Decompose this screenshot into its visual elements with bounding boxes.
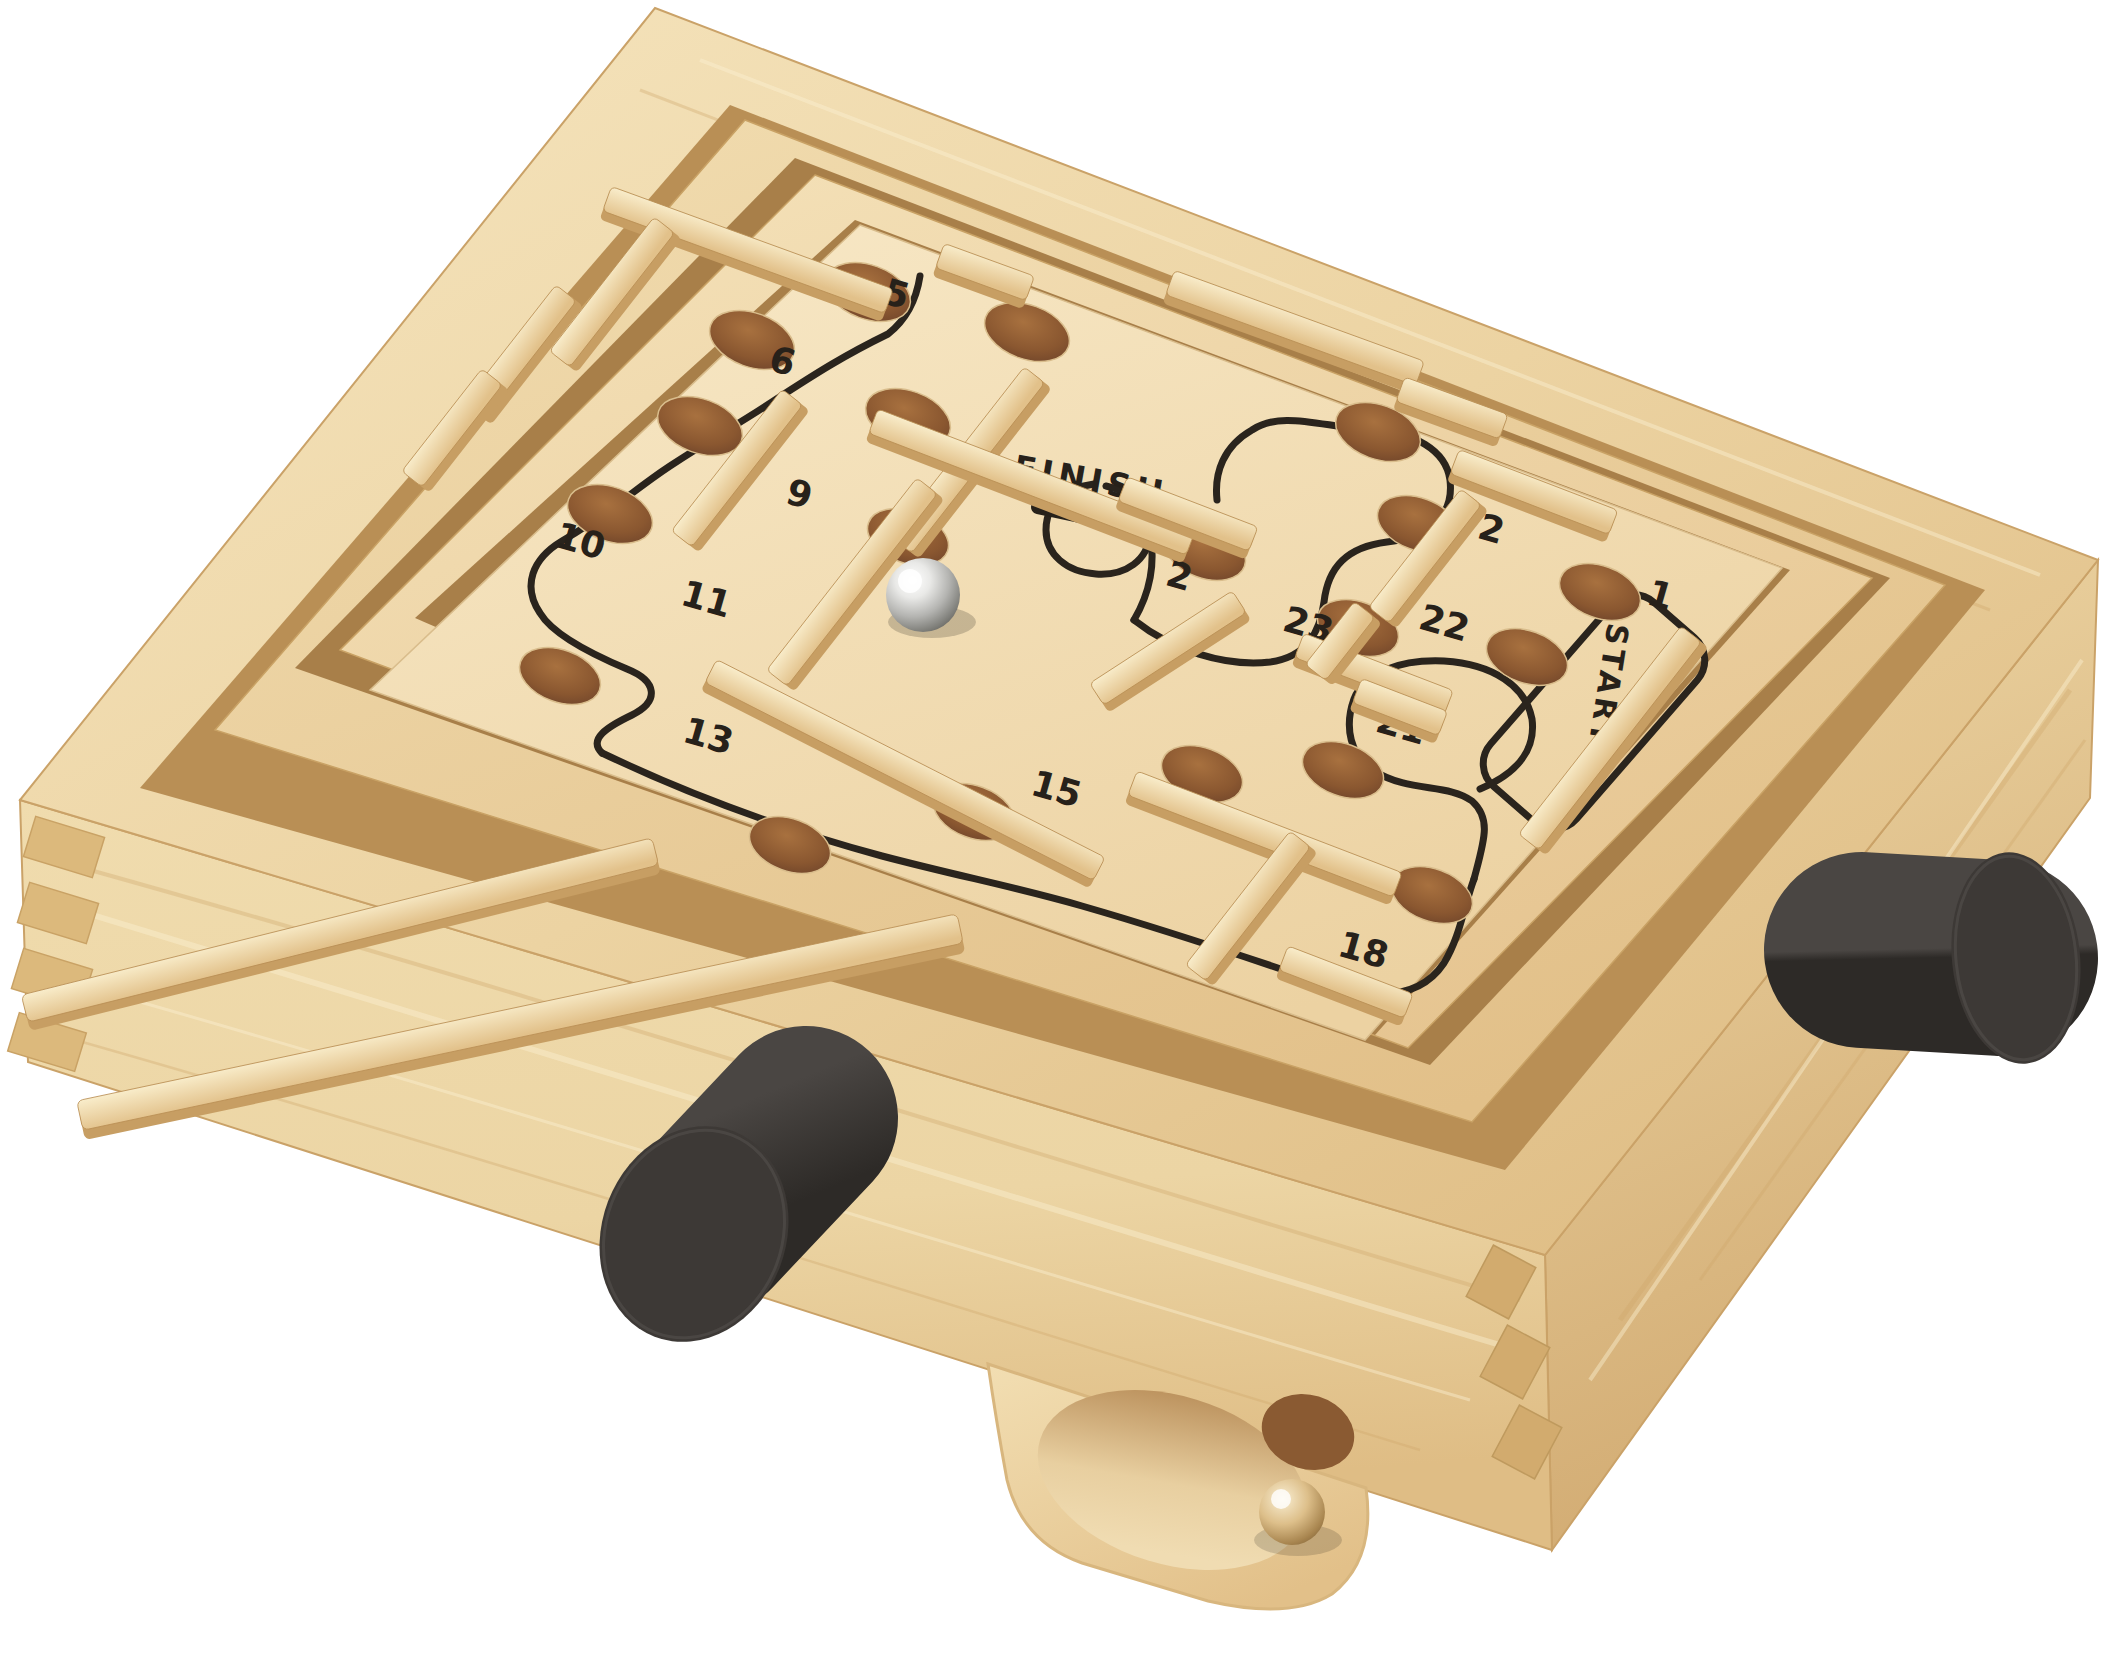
scene: 5 6 9 10 11 13 15 18 21 22 23 2 1 2 FINI… xyxy=(0,0,2128,1664)
labyrinth-game-photo: 5 6 9 10 11 13 15 18 21 22 23 2 1 2 FINI… xyxy=(0,0,2128,1664)
ball-return-tray xyxy=(988,1359,1368,1609)
ball-in-tray xyxy=(1259,1479,1325,1545)
right-tilt-knob[interactable] xyxy=(1862,846,2091,1070)
